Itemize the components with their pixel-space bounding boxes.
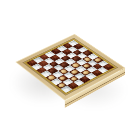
square[interactable]: [97, 67, 108, 74]
square[interactable]: [57, 75, 68, 82]
checker-piece-light[interactable]: [57, 83, 65, 88]
checkers-box: [15, 34, 125, 101]
square[interactable]: [46, 74, 57, 81]
square[interactable]: [58, 68, 69, 75]
square[interactable]: [85, 73, 96, 80]
checker-piece-light[interactable]: [59, 76, 67, 81]
square[interactable]: [56, 82, 67, 89]
square[interactable]: [80, 69, 91, 76]
square[interactable]: [69, 69, 80, 76]
square[interactable]: [63, 72, 74, 79]
checker-piece-light[interactable]: [82, 70, 90, 75]
square[interactable]: [61, 86, 72, 93]
square[interactable]: [47, 67, 58, 74]
checker-piece-light[interactable]: [47, 75, 55, 80]
square[interactable]: [86, 66, 97, 73]
checker-piece-light[interactable]: [70, 76, 78, 81]
checker-piece-light[interactable]: [71, 70, 79, 75]
square[interactable]: [68, 75, 79, 82]
square[interactable]: [41, 70, 52, 77]
board-top-face: [15, 34, 125, 101]
scene: [0, 0, 140, 140]
square[interactable]: [75, 66, 86, 73]
square[interactable]: [36, 67, 47, 74]
square[interactable]: [67, 82, 78, 89]
square[interactable]: [73, 79, 84, 86]
square[interactable]: [52, 71, 63, 78]
checker-piece-dark[interactable]: [49, 68, 57, 73]
square[interactable]: [74, 72, 85, 79]
square[interactable]: [79, 76, 90, 83]
checker-piece-light[interactable]: [60, 69, 68, 74]
square[interactable]: [64, 65, 75, 72]
square[interactable]: [51, 78, 62, 85]
square[interactable]: [103, 64, 114, 71]
square[interactable]: [91, 70, 102, 77]
square[interactable]: [62, 79, 73, 86]
photo-stage: [0, 0, 140, 140]
square[interactable]: [53, 64, 64, 71]
